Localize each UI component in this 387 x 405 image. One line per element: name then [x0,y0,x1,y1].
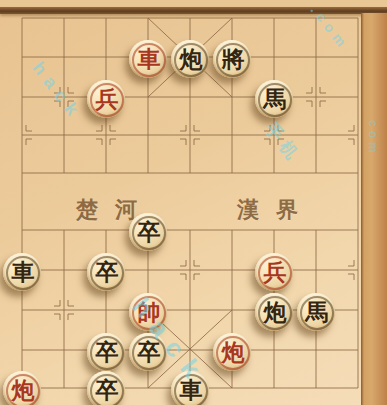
piece-face: 卒 [90,256,124,290]
piece-glyph: 卒 [138,341,161,364]
piece-glyph: 炮 [222,341,245,364]
piece-face: 炮 [6,374,40,405]
piece-glyph: 馬 [264,88,287,111]
piece-glyph: 炮 [180,48,203,71]
piece-face: 馬 [258,83,292,117]
river-label-han-jie: 漢界 [237,195,315,221]
piece-black-horse[interactable]: 馬 [255,80,293,118]
piece-face: 車 [132,43,166,77]
piece-face: 卒 [132,216,166,250]
piece-face: 車 [174,374,208,405]
piece-black-cannon[interactable]: 炮 [171,40,209,78]
piece-glyph: 卒 [96,261,119,284]
piece-black-general[interactable]: 將 [213,40,251,78]
piece-face: 兵 [90,83,124,117]
piece-face: 兵 [258,256,292,290]
piece-red-chariot[interactable]: 車 [129,40,167,78]
piece-glyph: 將 [222,48,245,71]
piece-red-general[interactable]: 帥 [129,293,167,331]
piece-black-soldier[interactable]: 卒 [87,253,125,291]
piece-black-cannon[interactable]: 炮 [255,293,293,331]
piece-black-soldier[interactable]: 卒 [87,371,125,405]
piece-red-soldier[interactable]: 兵 [87,80,125,118]
piece-black-chariot[interactable]: 車 [3,253,41,291]
piece-black-chariot[interactable]: 車 [171,371,209,405]
piece-glyph: 炮 [12,379,35,402]
piece-glyph: 車 [138,48,161,71]
piece-glyph: 卒 [96,341,119,364]
xiangqi-app: 楚河 漢界 車炮將兵馬卒車卒兵帥炮馬卒卒炮卒車炮 hack hack 手机 .c… [0,0,387,405]
piece-red-soldier[interactable]: 兵 [255,253,293,291]
piece-black-horse[interactable]: 馬 [297,293,335,331]
piece-face: 車 [6,256,40,290]
piece-glyph: 炮 [264,301,287,324]
piece-glyph: 車 [12,261,35,284]
piece-glyph: 兵 [264,261,287,284]
piece-face: 炮 [258,296,292,330]
piece-glyph: 卒 [96,379,119,402]
piece-face: 帥 [132,296,166,330]
piece-face: 炮 [216,336,250,370]
piece-face: 卒 [90,336,124,370]
piece-black-soldier[interactable]: 卒 [87,333,125,371]
piece-glyph: 帥 [138,301,161,324]
piece-face: 馬 [300,296,334,330]
piece-black-soldier[interactable]: 卒 [129,333,167,371]
piece-glyph: 車 [180,379,203,402]
piece-glyph: 馬 [306,301,329,324]
piece-red-cannon[interactable]: 炮 [213,333,251,371]
piece-glyph: 卒 [138,221,161,244]
piece-face: 卒 [90,374,124,405]
piece-face: 將 [216,43,250,77]
piece-black-soldier[interactable]: 卒 [129,213,167,251]
piece-face: 炮 [174,43,208,77]
piece-glyph: 兵 [96,88,119,111]
piece-red-cannon[interactable]: 炮 [3,371,41,405]
piece-face: 卒 [132,336,166,370]
